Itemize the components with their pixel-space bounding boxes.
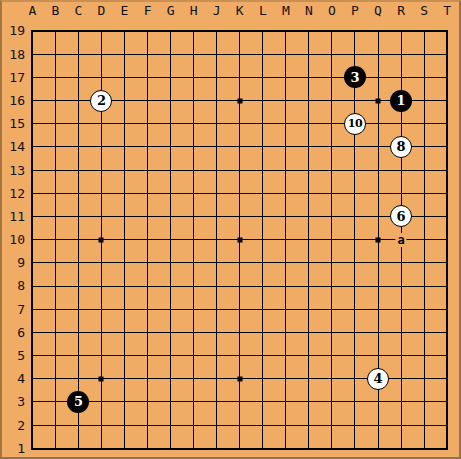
point-S15[interactable] (413, 112, 436, 135)
point-H1[interactable] (182, 437, 205, 459)
point-S13[interactable] (413, 159, 436, 182)
point-B19[interactable] (44, 19, 67, 42)
point-B18[interactable] (44, 43, 67, 66)
point-J19[interactable] (205, 19, 228, 42)
point-D13[interactable] (90, 159, 113, 182)
point-O3[interactable] (320, 390, 343, 413)
point-L18[interactable] (251, 43, 274, 66)
point-F14[interactable] (136, 135, 159, 158)
point-O4[interactable] (320, 367, 343, 390)
point-G15[interactable] (159, 112, 182, 135)
point-M3[interactable] (274, 390, 297, 413)
point-K19[interactable] (228, 19, 251, 42)
point-R9[interactable] (390, 251, 413, 274)
point-A14[interactable] (21, 135, 44, 158)
point-T3[interactable] (436, 390, 459, 413)
point-L9[interactable] (251, 251, 274, 274)
point-P1[interactable] (343, 437, 366, 459)
point-A1[interactable] (21, 437, 44, 459)
point-A9[interactable] (21, 251, 44, 274)
point-Q9[interactable] (367, 251, 390, 274)
point-J7[interactable] (205, 298, 228, 321)
point-M10[interactable] (274, 228, 297, 251)
point-L15[interactable] (251, 112, 274, 135)
point-G19[interactable] (159, 19, 182, 42)
point-R5[interactable] (390, 344, 413, 367)
point-D11[interactable] (90, 205, 113, 228)
point-S1[interactable] (413, 437, 436, 459)
point-L17[interactable] (251, 66, 274, 89)
point-K12[interactable] (228, 182, 251, 205)
point-J5[interactable] (205, 344, 228, 367)
point-T7[interactable] (436, 298, 459, 321)
point-L1[interactable] (251, 437, 274, 459)
point-T1[interactable] (436, 437, 459, 459)
point-E14[interactable] (113, 135, 136, 158)
point-S8[interactable] (413, 274, 436, 297)
point-D2[interactable] (90, 414, 113, 437)
point-P8[interactable] (343, 274, 366, 297)
point-O6[interactable] (320, 321, 343, 344)
point-A18[interactable] (21, 43, 44, 66)
point-E13[interactable] (113, 159, 136, 182)
point-O2[interactable] (320, 414, 343, 437)
point-O19[interactable] (320, 19, 343, 42)
point-G11[interactable] (159, 205, 182, 228)
point-T19[interactable] (436, 19, 459, 42)
point-K2[interactable] (228, 414, 251, 437)
point-M16[interactable] (274, 89, 297, 112)
point-N14[interactable] (297, 135, 320, 158)
point-R14[interactable]: 8 (390, 135, 413, 158)
point-H7[interactable] (182, 298, 205, 321)
point-C6[interactable] (67, 321, 90, 344)
point-H9[interactable] (182, 251, 205, 274)
point-K15[interactable] (228, 112, 251, 135)
point-P12[interactable] (343, 182, 366, 205)
point-F12[interactable] (136, 182, 159, 205)
point-S14[interactable] (413, 135, 436, 158)
point-S4[interactable] (413, 367, 436, 390)
point-B10[interactable] (44, 228, 67, 251)
point-D1[interactable] (90, 437, 113, 459)
point-T15[interactable] (436, 112, 459, 135)
point-C17[interactable] (67, 66, 90, 89)
point-O16[interactable] (320, 89, 343, 112)
point-Q13[interactable] (367, 159, 390, 182)
point-L19[interactable] (251, 19, 274, 42)
point-K4[interactable] (228, 367, 251, 390)
point-K11[interactable] (228, 205, 251, 228)
point-K14[interactable] (228, 135, 251, 158)
point-D6[interactable] (90, 321, 113, 344)
point-Q16[interactable] (367, 89, 390, 112)
point-S9[interactable] (413, 251, 436, 274)
point-J1[interactable] (205, 437, 228, 459)
point-B16[interactable] (44, 89, 67, 112)
point-P4[interactable] (343, 367, 366, 390)
point-O5[interactable] (320, 344, 343, 367)
point-F3[interactable] (136, 390, 159, 413)
point-F4[interactable] (136, 367, 159, 390)
point-A11[interactable] (21, 205, 44, 228)
point-R4[interactable] (390, 367, 413, 390)
point-A4[interactable] (21, 367, 44, 390)
point-H3[interactable] (182, 390, 205, 413)
point-T2[interactable] (436, 414, 459, 437)
point-G12[interactable] (159, 182, 182, 205)
point-L3[interactable] (251, 390, 274, 413)
point-D12[interactable] (90, 182, 113, 205)
point-G14[interactable] (159, 135, 182, 158)
point-K10[interactable] (228, 228, 251, 251)
point-G6[interactable] (159, 321, 182, 344)
point-R18[interactable] (390, 43, 413, 66)
point-N7[interactable] (297, 298, 320, 321)
point-S16[interactable] (413, 89, 436, 112)
point-R7[interactable] (390, 298, 413, 321)
point-B12[interactable] (44, 182, 67, 205)
point-F17[interactable] (136, 66, 159, 89)
point-O12[interactable] (320, 182, 343, 205)
point-P18[interactable] (343, 43, 366, 66)
point-O8[interactable] (320, 274, 343, 297)
point-K5[interactable] (228, 344, 251, 367)
point-H6[interactable] (182, 321, 205, 344)
point-N1[interactable] (297, 437, 320, 459)
point-Q11[interactable] (367, 205, 390, 228)
point-B5[interactable] (44, 344, 67, 367)
point-M2[interactable] (274, 414, 297, 437)
point-S7[interactable] (413, 298, 436, 321)
point-M11[interactable] (274, 205, 297, 228)
point-N15[interactable] (297, 112, 320, 135)
point-F2[interactable] (136, 414, 159, 437)
point-B4[interactable] (44, 367, 67, 390)
point-H19[interactable] (182, 19, 205, 42)
point-N8[interactable] (297, 274, 320, 297)
point-L11[interactable] (251, 205, 274, 228)
point-A6[interactable] (21, 321, 44, 344)
point-H16[interactable] (182, 89, 205, 112)
point-T5[interactable] (436, 344, 459, 367)
point-F5[interactable] (136, 344, 159, 367)
point-E12[interactable] (113, 182, 136, 205)
point-N16[interactable] (297, 89, 320, 112)
point-C5[interactable] (67, 344, 90, 367)
point-D15[interactable] (90, 112, 113, 135)
point-B2[interactable] (44, 414, 67, 437)
point-E8[interactable] (113, 274, 136, 297)
point-N6[interactable] (297, 321, 320, 344)
point-T13[interactable] (436, 159, 459, 182)
point-P16[interactable] (343, 89, 366, 112)
point-H4[interactable] (182, 367, 205, 390)
point-H17[interactable] (182, 66, 205, 89)
point-O7[interactable] (320, 298, 343, 321)
point-L16[interactable] (251, 89, 274, 112)
point-N17[interactable] (297, 66, 320, 89)
point-J10[interactable] (205, 228, 228, 251)
point-J14[interactable] (205, 135, 228, 158)
point-H15[interactable] (182, 112, 205, 135)
point-S6[interactable] (413, 321, 436, 344)
point-O17[interactable] (320, 66, 343, 89)
point-B11[interactable] (44, 205, 67, 228)
point-A13[interactable] (21, 159, 44, 182)
point-F15[interactable] (136, 112, 159, 135)
point-M13[interactable] (274, 159, 297, 182)
point-A17[interactable] (21, 66, 44, 89)
point-K9[interactable] (228, 251, 251, 274)
point-D17[interactable] (90, 66, 113, 89)
point-A19[interactable] (21, 19, 44, 42)
point-J17[interactable] (205, 66, 228, 89)
point-M1[interactable] (274, 437, 297, 459)
point-M14[interactable] (274, 135, 297, 158)
point-R10[interactable]: a (390, 228, 413, 251)
point-D18[interactable] (90, 43, 113, 66)
point-T11[interactable] (436, 205, 459, 228)
point-J3[interactable] (205, 390, 228, 413)
point-F6[interactable] (136, 321, 159, 344)
point-M12[interactable] (274, 182, 297, 205)
point-J2[interactable] (205, 414, 228, 437)
point-E17[interactable] (113, 66, 136, 89)
point-H8[interactable] (182, 274, 205, 297)
point-Q14[interactable] (367, 135, 390, 158)
point-G9[interactable] (159, 251, 182, 274)
point-O1[interactable] (320, 437, 343, 459)
point-Q18[interactable] (367, 43, 390, 66)
point-D9[interactable] (90, 251, 113, 274)
point-T14[interactable] (436, 135, 459, 158)
point-N2[interactable] (297, 414, 320, 437)
point-P5[interactable] (343, 344, 366, 367)
point-K16[interactable] (228, 89, 251, 112)
point-B13[interactable] (44, 159, 67, 182)
point-M6[interactable] (274, 321, 297, 344)
point-D8[interactable] (90, 274, 113, 297)
point-R11[interactable]: 6 (390, 205, 413, 228)
point-D16[interactable]: 2 (90, 89, 113, 112)
point-F9[interactable] (136, 251, 159, 274)
point-N19[interactable] (297, 19, 320, 42)
point-B6[interactable] (44, 321, 67, 344)
point-A7[interactable] (21, 298, 44, 321)
point-J4[interactable] (205, 367, 228, 390)
point-F19[interactable] (136, 19, 159, 42)
point-R1[interactable] (390, 437, 413, 459)
point-G8[interactable] (159, 274, 182, 297)
point-A10[interactable] (21, 228, 44, 251)
point-S12[interactable] (413, 182, 436, 205)
point-Q17[interactable] (367, 66, 390, 89)
point-E5[interactable] (113, 344, 136, 367)
point-R3[interactable] (390, 390, 413, 413)
point-Q8[interactable] (367, 274, 390, 297)
point-B14[interactable] (44, 135, 67, 158)
point-M4[interactable] (274, 367, 297, 390)
point-Q5[interactable] (367, 344, 390, 367)
point-J16[interactable] (205, 89, 228, 112)
point-S19[interactable] (413, 19, 436, 42)
point-S11[interactable] (413, 205, 436, 228)
point-J8[interactable] (205, 274, 228, 297)
point-K1[interactable] (228, 437, 251, 459)
point-E11[interactable] (113, 205, 136, 228)
point-J11[interactable] (205, 205, 228, 228)
point-G3[interactable] (159, 390, 182, 413)
point-M19[interactable] (274, 19, 297, 42)
point-G5[interactable] (159, 344, 182, 367)
point-C10[interactable] (67, 228, 90, 251)
point-E19[interactable] (113, 19, 136, 42)
point-B1[interactable] (44, 437, 67, 459)
point-Q7[interactable] (367, 298, 390, 321)
point-F1[interactable] (136, 437, 159, 459)
point-H10[interactable] (182, 228, 205, 251)
point-S3[interactable] (413, 390, 436, 413)
point-A2[interactable] (21, 414, 44, 437)
point-H11[interactable] (182, 205, 205, 228)
point-P14[interactable] (343, 135, 366, 158)
point-A16[interactable] (21, 89, 44, 112)
point-G10[interactable] (159, 228, 182, 251)
point-O11[interactable] (320, 205, 343, 228)
point-J13[interactable] (205, 159, 228, 182)
point-F11[interactable] (136, 205, 159, 228)
point-L10[interactable] (251, 228, 274, 251)
point-J15[interactable] (205, 112, 228, 135)
point-L6[interactable] (251, 321, 274, 344)
point-R16[interactable]: 1 (390, 89, 413, 112)
point-P19[interactable] (343, 19, 366, 42)
point-E7[interactable] (113, 298, 136, 321)
point-E18[interactable] (113, 43, 136, 66)
point-E2[interactable] (113, 414, 136, 437)
point-G2[interactable] (159, 414, 182, 437)
point-A15[interactable] (21, 112, 44, 135)
point-L8[interactable] (251, 274, 274, 297)
point-P6[interactable] (343, 321, 366, 344)
point-K17[interactable] (228, 66, 251, 89)
point-L14[interactable] (251, 135, 274, 158)
point-Q4[interactable]: 4 (367, 367, 390, 390)
point-N18[interactable] (297, 43, 320, 66)
point-E1[interactable] (113, 437, 136, 459)
point-Q19[interactable] (367, 19, 390, 42)
point-L4[interactable] (251, 367, 274, 390)
point-E15[interactable] (113, 112, 136, 135)
point-E10[interactable] (113, 228, 136, 251)
point-K7[interactable] (228, 298, 251, 321)
point-R8[interactable] (390, 274, 413, 297)
point-T8[interactable] (436, 274, 459, 297)
point-H14[interactable] (182, 135, 205, 158)
point-D7[interactable] (90, 298, 113, 321)
point-R19[interactable] (390, 19, 413, 42)
point-C2[interactable] (67, 414, 90, 437)
point-N11[interactable] (297, 205, 320, 228)
point-T9[interactable] (436, 251, 459, 274)
point-D14[interactable] (90, 135, 113, 158)
point-F7[interactable] (136, 298, 159, 321)
point-C11[interactable] (67, 205, 90, 228)
point-G1[interactable] (159, 437, 182, 459)
point-M8[interactable] (274, 274, 297, 297)
point-C13[interactable] (67, 159, 90, 182)
point-S5[interactable] (413, 344, 436, 367)
point-C14[interactable] (67, 135, 90, 158)
point-C1[interactable] (67, 437, 90, 459)
point-R13[interactable] (390, 159, 413, 182)
point-C7[interactable] (67, 298, 90, 321)
point-R15[interactable] (390, 112, 413, 135)
point-Q15[interactable] (367, 112, 390, 135)
point-D3[interactable] (90, 390, 113, 413)
point-A3[interactable] (21, 390, 44, 413)
point-J6[interactable] (205, 321, 228, 344)
point-R6[interactable] (390, 321, 413, 344)
point-C19[interactable] (67, 19, 90, 42)
point-O15[interactable] (320, 112, 343, 135)
point-Q1[interactable] (367, 437, 390, 459)
point-G4[interactable] (159, 367, 182, 390)
point-H18[interactable] (182, 43, 205, 66)
point-M18[interactable] (274, 43, 297, 66)
point-A12[interactable] (21, 182, 44, 205)
point-T10[interactable] (436, 228, 459, 251)
point-F18[interactable] (136, 43, 159, 66)
point-E9[interactable] (113, 251, 136, 274)
point-B17[interactable] (44, 66, 67, 89)
point-E6[interactable] (113, 321, 136, 344)
point-G7[interactable] (159, 298, 182, 321)
point-C9[interactable] (67, 251, 90, 274)
point-R17[interactable] (390, 66, 413, 89)
point-L13[interactable] (251, 159, 274, 182)
point-B3[interactable] (44, 390, 67, 413)
point-Q3[interactable] (367, 390, 390, 413)
point-G13[interactable] (159, 159, 182, 182)
point-F16[interactable] (136, 89, 159, 112)
point-P2[interactable] (343, 414, 366, 437)
point-P10[interactable] (343, 228, 366, 251)
point-C12[interactable] (67, 182, 90, 205)
point-D10[interactable] (90, 228, 113, 251)
point-G17[interactable] (159, 66, 182, 89)
point-N13[interactable] (297, 159, 320, 182)
point-H13[interactable] (182, 159, 205, 182)
point-G16[interactable] (159, 89, 182, 112)
point-P15[interactable]: 10 (343, 112, 366, 135)
point-B9[interactable] (44, 251, 67, 274)
point-D5[interactable] (90, 344, 113, 367)
point-Q12[interactable] (367, 182, 390, 205)
point-A5[interactable] (21, 344, 44, 367)
point-E4[interactable] (113, 367, 136, 390)
point-Q2[interactable] (367, 414, 390, 437)
point-C3[interactable]: 5 (67, 390, 90, 413)
point-S2[interactable] (413, 414, 436, 437)
point-C8[interactable] (67, 274, 90, 297)
point-C15[interactable] (67, 112, 90, 135)
point-K18[interactable] (228, 43, 251, 66)
point-T17[interactable] (436, 66, 459, 89)
point-N4[interactable] (297, 367, 320, 390)
point-K13[interactable] (228, 159, 251, 182)
